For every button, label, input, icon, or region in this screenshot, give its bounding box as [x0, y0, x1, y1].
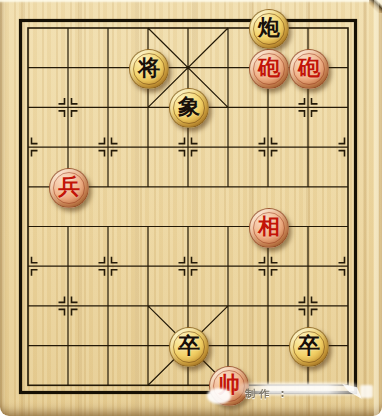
- xiangqi-board[interactable]: 炮将砲砲象兵相卒卒帅 制作 :: [0, 0, 382, 416]
- piece-glyph: 砲: [298, 57, 320, 79]
- piece-glyph: 象: [178, 96, 200, 118]
- piece-black-cannon[interactable]: 炮: [249, 9, 289, 49]
- piece-glyph: 兵: [58, 176, 80, 198]
- piece-glyph: 相: [258, 216, 280, 238]
- piece-black-soldier-1[interactable]: 卒: [169, 327, 209, 367]
- piece-red-cannon-2[interactable]: 砲: [289, 49, 329, 89]
- piece-red-cannon-1[interactable]: 砲: [249, 49, 289, 89]
- piece-black-soldier-2[interactable]: 卒: [289, 327, 329, 367]
- piece-glyph: 炮: [258, 17, 280, 39]
- piece-red-soldier[interactable]: 兵: [49, 168, 89, 208]
- piece-glyph: 将: [138, 57, 160, 79]
- piece-glyph: 帅: [218, 374, 240, 396]
- piece-black-general[interactable]: 将: [129, 49, 169, 89]
- piece-red-elephant[interactable]: 相: [249, 208, 289, 248]
- piece-glyph: 卒: [298, 335, 320, 357]
- piece-glyph: 卒: [178, 335, 200, 357]
- piece-glyph: 砲: [258, 57, 280, 79]
